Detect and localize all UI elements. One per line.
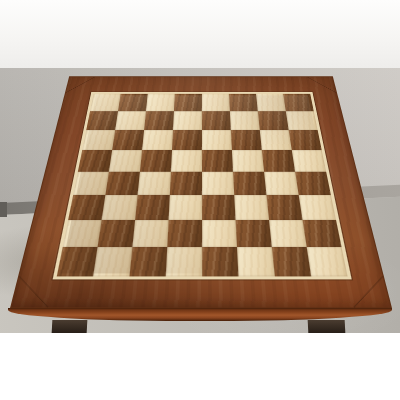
square-g2 xyxy=(269,220,307,247)
square-h2 xyxy=(303,220,342,247)
square-f8 xyxy=(229,94,258,112)
square-a1 xyxy=(57,247,98,276)
board-field xyxy=(57,94,348,277)
square-b7 xyxy=(115,111,146,130)
square-c3 xyxy=(135,195,170,220)
square-f3 xyxy=(234,195,269,220)
square-h4 xyxy=(295,172,331,195)
square-g6 xyxy=(260,130,292,150)
chess-table-top xyxy=(10,76,392,308)
square-e6 xyxy=(202,130,232,150)
square-c1 xyxy=(129,247,167,276)
square-c6 xyxy=(142,130,173,150)
square-b4 xyxy=(105,172,140,195)
square-b3 xyxy=(102,195,138,220)
square-g1 xyxy=(272,247,311,276)
square-b1 xyxy=(93,247,132,276)
backdrop-bottom-band xyxy=(0,333,400,400)
square-g3 xyxy=(266,195,302,220)
square-e2 xyxy=(202,220,237,247)
square-b6 xyxy=(112,130,144,150)
square-g5 xyxy=(262,150,295,172)
square-g7 xyxy=(258,111,289,130)
square-a4 xyxy=(73,172,109,195)
square-f6 xyxy=(231,130,262,150)
square-b8 xyxy=(118,94,148,112)
backdrop-top-band xyxy=(0,0,400,68)
photo-scene xyxy=(0,0,400,400)
square-d3 xyxy=(169,195,202,220)
square-d1 xyxy=(166,247,202,276)
square-f7 xyxy=(230,111,260,130)
table-leg-left xyxy=(52,320,88,333)
square-a3 xyxy=(68,195,105,220)
square-h6 xyxy=(289,130,322,150)
square-c5 xyxy=(140,150,172,172)
square-e5 xyxy=(202,150,233,172)
square-h7 xyxy=(286,111,318,130)
square-c2 xyxy=(132,220,168,247)
square-h1 xyxy=(307,247,348,276)
square-h8 xyxy=(283,94,314,112)
square-f2 xyxy=(236,220,272,247)
square-f1 xyxy=(237,247,275,276)
square-b2 xyxy=(98,220,136,247)
square-c8 xyxy=(146,94,175,112)
square-a2 xyxy=(63,220,102,247)
square-h5 xyxy=(292,150,326,172)
square-d2 xyxy=(167,220,202,247)
square-c4 xyxy=(138,172,171,195)
square-a5 xyxy=(78,150,112,172)
square-d8 xyxy=(174,94,202,112)
square-d5 xyxy=(171,150,202,172)
square-d6 xyxy=(172,130,202,150)
square-e8 xyxy=(202,94,230,112)
table-leg-right xyxy=(308,320,346,333)
square-f4 xyxy=(233,172,266,195)
square-e7 xyxy=(202,111,231,130)
square-d4 xyxy=(170,172,202,195)
square-c7 xyxy=(144,111,174,130)
square-a6 xyxy=(82,130,115,150)
square-d7 xyxy=(173,111,202,130)
square-h3 xyxy=(299,195,336,220)
baseboard-left-shadow xyxy=(0,202,7,217)
square-a7 xyxy=(86,111,118,130)
chess-board xyxy=(53,92,352,279)
square-f5 xyxy=(232,150,264,172)
square-a8 xyxy=(90,94,121,112)
square-b5 xyxy=(109,150,142,172)
square-e1 xyxy=(202,247,238,276)
square-e3 xyxy=(202,195,236,220)
square-e4 xyxy=(202,172,234,195)
square-g4 xyxy=(264,172,299,195)
square-g8 xyxy=(256,94,286,112)
